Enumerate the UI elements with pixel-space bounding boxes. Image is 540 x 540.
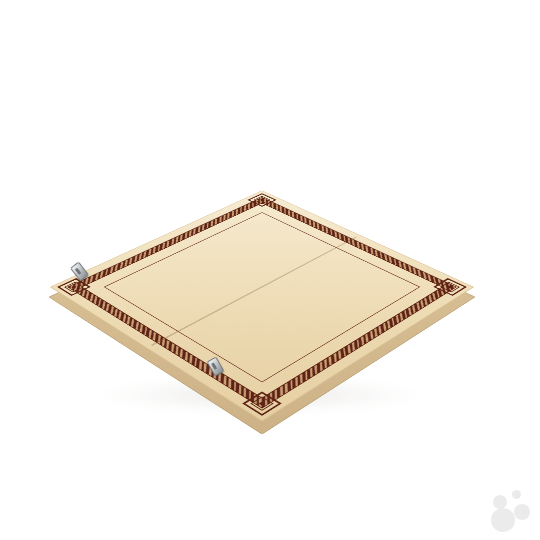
avito-logo-circles-icon [491,488,531,532]
avito-logo [491,488,535,532]
product-photo-stage [0,0,540,540]
